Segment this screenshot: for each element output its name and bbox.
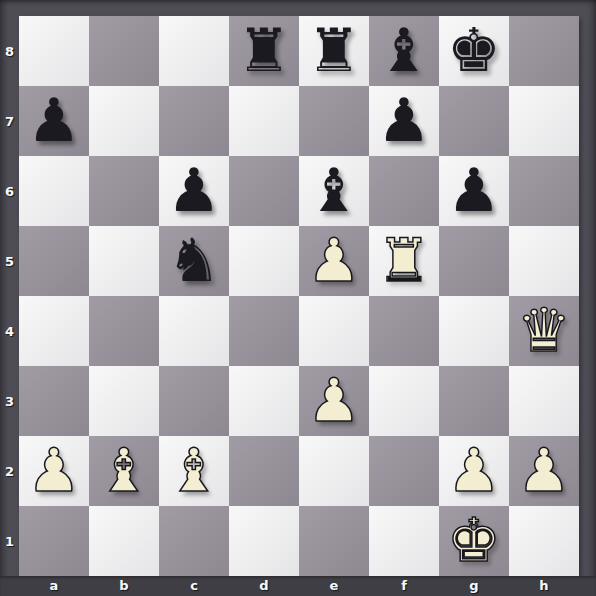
square-d3[interactable] (229, 366, 299, 436)
square-c6[interactable]: ♟ (159, 156, 229, 226)
white-pawn-h2[interactable]: ♟ (509, 436, 579, 506)
square-a2[interactable]: ♟ (19, 436, 89, 506)
square-d8[interactable]: ♜ (229, 16, 299, 86)
square-a1[interactable] (19, 506, 89, 576)
board-grid: ♜♜♝♚♟♟♟♝♟♞♟♜♛♟♟♝♝♟♟♚ (19, 16, 579, 576)
square-g3[interactable] (439, 366, 509, 436)
square-a4[interactable] (19, 296, 89, 366)
file-label-a: a (19, 576, 89, 596)
white-bishop-b2[interactable]: ♝ (89, 436, 159, 506)
white-queen-h4[interactable]: ♛ (509, 296, 579, 366)
square-g8[interactable]: ♚ (439, 16, 509, 86)
file-label-e: e (299, 576, 369, 596)
black-knight-c5[interactable]: ♞ (159, 226, 229, 296)
white-pawn-a2[interactable]: ♟ (19, 436, 89, 506)
square-g4[interactable] (439, 296, 509, 366)
square-g1[interactable]: ♚ (439, 506, 509, 576)
rank-label-6: 6 (0, 156, 19, 226)
square-b2[interactable]: ♝ (89, 436, 159, 506)
rank-label-5: 5 (0, 226, 19, 296)
square-h8[interactable] (509, 16, 579, 86)
square-c1[interactable] (159, 506, 229, 576)
square-e4[interactable] (299, 296, 369, 366)
square-f2[interactable] (369, 436, 439, 506)
square-h7[interactable] (509, 86, 579, 156)
square-d1[interactable] (229, 506, 299, 576)
square-f6[interactable] (369, 156, 439, 226)
square-h6[interactable] (509, 156, 579, 226)
white-pawn-e5[interactable]: ♟ (299, 226, 369, 296)
square-a5[interactable] (19, 226, 89, 296)
square-h5[interactable] (509, 226, 579, 296)
square-b5[interactable] (89, 226, 159, 296)
square-d6[interactable] (229, 156, 299, 226)
white-pawn-g2[interactable]: ♟ (439, 436, 509, 506)
square-h1[interactable] (509, 506, 579, 576)
rank-label-2: 2 (0, 436, 19, 506)
square-g6[interactable]: ♟ (439, 156, 509, 226)
square-f4[interactable] (369, 296, 439, 366)
square-b8[interactable] (89, 16, 159, 86)
file-label-d: d (229, 576, 299, 596)
square-h3[interactable] (509, 366, 579, 436)
square-g7[interactable] (439, 86, 509, 156)
square-e3[interactable]: ♟ (299, 366, 369, 436)
black-king-g8[interactable]: ♚ (439, 16, 509, 86)
square-h4[interactable]: ♛ (509, 296, 579, 366)
square-e5[interactable]: ♟ (299, 226, 369, 296)
file-label-f: f (369, 576, 439, 596)
file-label-g: g (439, 576, 509, 596)
file-label-c: c (159, 576, 229, 596)
black-pawn-a7[interactable]: ♟ (19, 86, 89, 156)
rank-label-8: 8 (0, 16, 19, 86)
square-a6[interactable] (19, 156, 89, 226)
black-pawn-c6[interactable]: ♟ (159, 156, 229, 226)
black-rook-d8[interactable]: ♜ (229, 16, 299, 86)
rank-label-4: 4 (0, 296, 19, 366)
black-bishop-e6[interactable]: ♝ (299, 156, 369, 226)
square-b1[interactable] (89, 506, 159, 576)
square-c3[interactable] (159, 366, 229, 436)
square-a7[interactable]: ♟ (19, 86, 89, 156)
white-rook-f5[interactable]: ♜ (369, 226, 439, 296)
square-e8[interactable]: ♜ (299, 16, 369, 86)
black-rook-e8[interactable]: ♜ (299, 16, 369, 86)
rank-label-3: 3 (0, 366, 19, 436)
chessboard-frame: ♜♜♝♚♟♟♟♝♟♞♟♜♛♟♟♝♝♟♟♚ 87654321abcdefgh (0, 0, 596, 596)
square-d7[interactable] (229, 86, 299, 156)
square-f1[interactable] (369, 506, 439, 576)
rank-label-7: 7 (0, 86, 19, 156)
square-c5[interactable]: ♞ (159, 226, 229, 296)
square-c4[interactable] (159, 296, 229, 366)
black-pawn-f7[interactable]: ♟ (369, 86, 439, 156)
white-pawn-e3[interactable]: ♟ (299, 366, 369, 436)
square-c2[interactable]: ♝ (159, 436, 229, 506)
square-b6[interactable] (89, 156, 159, 226)
white-bishop-c2[interactable]: ♝ (159, 436, 229, 506)
square-b7[interactable] (89, 86, 159, 156)
square-b3[interactable] (89, 366, 159, 436)
file-label-h: h (509, 576, 579, 596)
square-f5[interactable]: ♜ (369, 226, 439, 296)
square-b4[interactable] (89, 296, 159, 366)
black-pawn-g6[interactable]: ♟ (439, 156, 509, 226)
square-d5[interactable] (229, 226, 299, 296)
square-d2[interactable] (229, 436, 299, 506)
square-e1[interactable] (299, 506, 369, 576)
square-g5[interactable] (439, 226, 509, 296)
white-king-g1[interactable]: ♚ (439, 506, 509, 576)
rank-label-1: 1 (0, 506, 19, 576)
black-bishop-f8[interactable]: ♝ (369, 16, 439, 86)
square-g2[interactable]: ♟ (439, 436, 509, 506)
square-d4[interactable] (229, 296, 299, 366)
square-e2[interactable] (299, 436, 369, 506)
file-label-b: b (89, 576, 159, 596)
square-f3[interactable] (369, 366, 439, 436)
square-e6[interactable]: ♝ (299, 156, 369, 226)
square-c7[interactable] (159, 86, 229, 156)
square-f7[interactable]: ♟ (369, 86, 439, 156)
square-e7[interactable] (299, 86, 369, 156)
square-a3[interactable] (19, 366, 89, 436)
square-f8[interactable]: ♝ (369, 16, 439, 86)
square-h2[interactable]: ♟ (509, 436, 579, 506)
square-a8[interactable] (19, 16, 89, 86)
square-c8[interactable] (159, 16, 229, 86)
